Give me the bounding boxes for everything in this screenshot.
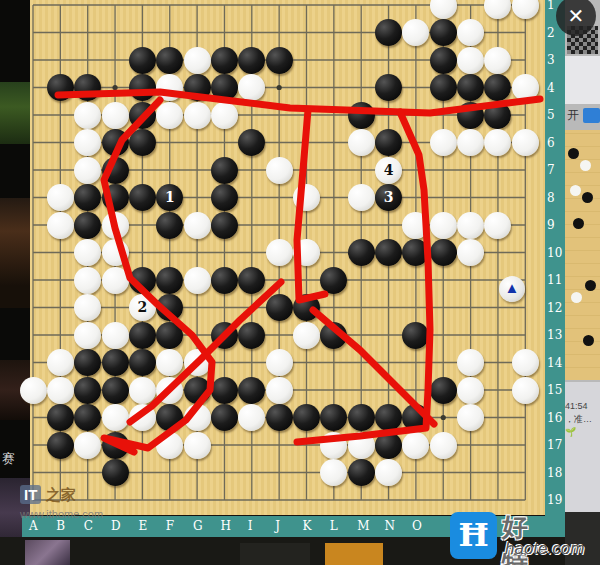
row-label-14: 14 [547, 356, 562, 370]
row-label-7: 7 [547, 163, 555, 177]
black-stone-N17 [375, 432, 402, 459]
white-stone-J15 [266, 377, 293, 404]
white-stone-K10 [293, 239, 320, 266]
white-stone-G17 [184, 432, 211, 459]
go-board[interactable]: 4132 ▲ [30, 0, 545, 515]
black-stone-C4 [74, 74, 101, 101]
white-stone-S14 [512, 349, 539, 376]
black-stone-C8 [74, 184, 101, 211]
black-stone-P4 [430, 74, 457, 101]
row-label-16: 16 [547, 411, 562, 425]
col-label-N: N [385, 519, 396, 533]
white-stone-Q16 [457, 404, 484, 431]
white-stone-R9 [484, 212, 511, 239]
white-stone-B14 [47, 349, 74, 376]
white-stone-C12 [74, 294, 101, 321]
black-stone-F13 [156, 322, 183, 349]
black-stone-D17 [102, 432, 129, 459]
white-stone-P6 [430, 129, 457, 156]
ithome-logo-text: 之家 [46, 486, 76, 504]
white-stone-S4 [512, 74, 539, 101]
black-stone-I3 [238, 47, 265, 74]
black-stone-N8: 3 [375, 184, 402, 211]
black-stone-N6 [375, 129, 402, 156]
side-panel-blue-button[interactable] [583, 108, 600, 123]
white-stone-Q14 [457, 349, 484, 376]
black-stone-N16 [375, 404, 402, 431]
chat-panel: 41:54 ，准… 🌱 [565, 382, 600, 512]
black-stone-K12 [293, 294, 320, 321]
black-stone-D18 [102, 459, 129, 486]
row-label-1: 1 [547, 0, 555, 12]
white-stone-D16 [102, 404, 129, 431]
white-stone-C13 [74, 322, 101, 349]
col-label-H: H [220, 519, 230, 533]
white-stone-Q15 [457, 377, 484, 404]
black-stone-G15 [184, 377, 211, 404]
white-stone-K8 [293, 184, 320, 211]
white-stone-B9 [47, 212, 74, 239]
white-stone-G11 [184, 267, 211, 294]
black-stone-M18 [348, 459, 375, 486]
black-stone-N4 [375, 74, 402, 101]
black-stone-F8: 1 [156, 184, 183, 211]
white-stone-F15 [156, 377, 183, 404]
black-stone-H16 [211, 404, 238, 431]
white-stone-C5 [74, 102, 101, 129]
row-label-17: 17 [547, 438, 562, 452]
haote-domain: haote.com [505, 539, 584, 559]
mini-goban-preview [565, 130, 600, 380]
black-stone-H11 [211, 267, 238, 294]
col-label-C: C [84, 519, 93, 533]
white-stone-F5 [156, 102, 183, 129]
black-stone-I11 [238, 267, 265, 294]
black-stone-H15 [211, 377, 238, 404]
black-stone-B16 [47, 404, 74, 431]
white-stone-C17 [74, 432, 101, 459]
col-label-L: L [330, 519, 338, 533]
black-stone-H3 [211, 47, 238, 74]
white-stone-C11 [74, 267, 101, 294]
col-label-D: D [111, 519, 121, 533]
row-label-6: 6 [547, 136, 555, 150]
white-stone-Q9 [457, 212, 484, 239]
white-stone-L17 [320, 432, 347, 459]
row-label-12: 12 [547, 301, 562, 315]
black-stone-E13 [129, 322, 156, 349]
white-stone-N18 [375, 459, 402, 486]
black-stone-B4 [47, 74, 74, 101]
black-stone-N2 [375, 19, 402, 46]
side-panel-section [565, 56, 600, 104]
background-left-strip: 赛 [0, 0, 30, 565]
white-stone-O9 [402, 212, 429, 239]
row-label-10: 10 [547, 246, 562, 260]
ithome-watermark: IT 之家 www.ithome.com [20, 485, 180, 520]
col-label-A: A [29, 519, 38, 533]
next-move-button[interactable]: ▲ [499, 276, 525, 302]
black-stone-E3 [129, 47, 156, 74]
black-stone-J16 [266, 404, 293, 431]
col-label-B: B [56, 519, 65, 533]
black-stone-M10 [348, 239, 375, 266]
white-stone-M6 [348, 129, 375, 156]
white-stone-C10 [74, 239, 101, 266]
black-stone-D14 [102, 349, 129, 376]
white-stone-D13 [102, 322, 129, 349]
white-stone-D9 [102, 212, 129, 239]
black-stone-H13 [211, 322, 238, 349]
white-stone-G9 [184, 212, 211, 239]
col-label-I: I [248, 519, 253, 533]
black-stone-R5 [484, 102, 511, 129]
black-stone-F9 [156, 212, 183, 239]
black-stone-E8 [129, 184, 156, 211]
black-stone-M16 [348, 404, 375, 431]
black-stone-E11 [129, 267, 156, 294]
col-label-G: G [193, 519, 203, 533]
white-stone-S15 [512, 377, 539, 404]
black-stone-D8 [102, 184, 129, 211]
white-stone-E12: 2 [129, 294, 156, 321]
col-label-E: E [138, 519, 147, 533]
col-label-O: O [412, 519, 422, 533]
col-label-J: J [275, 519, 280, 533]
white-stone-M17 [348, 432, 375, 459]
black-stone-D6 [102, 129, 129, 156]
chat-line: 41:54 [565, 400, 600, 413]
black-stone-H7 [211, 157, 238, 184]
black-stone-Q4 [457, 74, 484, 101]
black-stone-I15 [238, 377, 265, 404]
white-stone-R3 [484, 47, 511, 74]
black-stone-C15 [74, 377, 101, 404]
white-stone-J7 [266, 157, 293, 184]
black-stone-F3 [156, 47, 183, 74]
white-stone-G3 [184, 47, 211, 74]
row-label-3: 3 [547, 53, 555, 67]
row-label-19: 19 [547, 493, 562, 507]
black-stone-P10 [430, 239, 457, 266]
white-stone-E16 [129, 404, 156, 431]
row-label-8: 8 [547, 191, 555, 205]
white-stone-H5 [211, 102, 238, 129]
black-stone-P2 [430, 19, 457, 46]
haote-logo-icon: Ħ [450, 512, 497, 559]
row-label-13: 13 [547, 328, 562, 342]
row-label-5: 5 [547, 108, 555, 122]
white-stone-Q6 [457, 129, 484, 156]
col-label-K: K [303, 519, 312, 533]
row-label-4: 4 [547, 81, 555, 95]
black-stone-C9 [74, 212, 101, 239]
white-stone-J14 [266, 349, 293, 376]
white-stone-C6 [74, 129, 101, 156]
black-stone-H4 [211, 74, 238, 101]
background-thumbnail [25, 540, 70, 565]
background-art [0, 198, 30, 308]
background-art [0, 82, 30, 144]
background-block-orange [325, 543, 383, 565]
white-stone-Q3 [457, 47, 484, 74]
background-text: 赛 [2, 450, 15, 468]
white-stone-G5 [184, 102, 211, 129]
white-stone-Q10 [457, 239, 484, 266]
black-stone-E14 [129, 349, 156, 376]
black-stone-J12 [266, 294, 293, 321]
black-stone-Q5 [457, 102, 484, 129]
black-stone-L13 [320, 322, 347, 349]
white-stone-A15 [20, 377, 47, 404]
ithome-logo-badge: IT [20, 485, 41, 504]
white-stone-D11 [102, 267, 129, 294]
black-stone-N10 [375, 239, 402, 266]
black-stone-C16 [74, 404, 101, 431]
white-stone-S6 [512, 129, 539, 156]
row-label-2: 2 [547, 26, 555, 40]
black-stone-M5 [348, 102, 375, 129]
col-label-M: M [357, 519, 369, 533]
black-stone-B17 [47, 432, 74, 459]
white-stone-D5 [102, 102, 129, 129]
black-stone-F11 [156, 267, 183, 294]
white-stone-J10 [266, 239, 293, 266]
white-stone-Q2 [457, 19, 484, 46]
black-stone-L11 [320, 267, 347, 294]
ithome-url: www.ithome.com [20, 508, 180, 520]
black-stone-J3 [266, 47, 293, 74]
side-panel-label: 开 [567, 107, 579, 124]
black-stone-E5 [129, 102, 156, 129]
white-stone-M8 [348, 184, 375, 211]
background-block [240, 543, 310, 565]
white-stone-C7 [74, 157, 101, 184]
black-stone-C14 [74, 349, 101, 376]
white-stone-P17 [430, 432, 457, 459]
black-stone-D15 [102, 377, 129, 404]
black-stone-E4 [129, 74, 156, 101]
white-stone-D10 [102, 239, 129, 266]
black-stone-O13 [402, 322, 429, 349]
black-stone-G4 [184, 74, 211, 101]
row-label-18: 18 [547, 466, 562, 480]
white-stone-K13 [293, 322, 320, 349]
white-stone-G14 [184, 349, 211, 376]
white-stone-P9 [430, 212, 457, 239]
black-stone-H9 [211, 212, 238, 239]
col-label-F: F [166, 519, 174, 533]
white-stone-B8 [47, 184, 74, 211]
row-label-11: 11 [547, 273, 562, 287]
black-stone-H8 [211, 184, 238, 211]
black-stone-E6 [129, 129, 156, 156]
black-stone-P15 [430, 377, 457, 404]
black-stone-D7 [102, 157, 129, 184]
row-coordinates-bar: 12345678910111213141516171819 [545, 0, 565, 537]
row-label-9: 9 [547, 218, 555, 232]
white-stone-E15 [129, 377, 156, 404]
white-stone-G16 [184, 404, 211, 431]
leaf-icon: 🌱 [565, 426, 600, 439]
screenshot-root: 赛 4132 ▲ ABCDEFGHIJKLMNO 123456789101112… [0, 0, 600, 565]
row-label-15: 15 [547, 383, 562, 397]
black-stone-P3 [430, 47, 457, 74]
chat-line: ，准… [565, 413, 600, 426]
white-stone-O17 [402, 432, 429, 459]
white-stone-B15 [47, 377, 74, 404]
white-stone-F17 [156, 432, 183, 459]
black-stone-I13 [238, 322, 265, 349]
white-stone-N7: 4 [375, 157, 402, 184]
black-stone-K16 [293, 404, 320, 431]
